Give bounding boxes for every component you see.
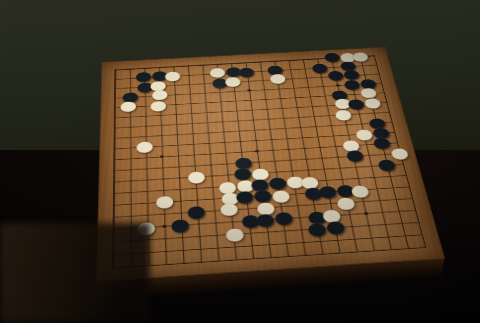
black-stone: ● (376, 157, 398, 173)
white-stone: ● (220, 189, 241, 206)
black-stone: ● (324, 218, 347, 236)
black-stone: ● (233, 154, 253, 170)
white-stone: ● (320, 207, 342, 224)
white-stone: ● (235, 177, 256, 193)
white-stone: ● (389, 145, 411, 160)
black-stone: ● (302, 184, 324, 201)
black-stone: ● (273, 209, 295, 226)
black-stone: ● (234, 188, 255, 205)
white-stone: ● (224, 75, 242, 88)
black-stone: ● (306, 208, 328, 225)
white-stone: ● (299, 173, 320, 189)
white-stone: ● (270, 187, 291, 204)
white-stone: ● (255, 199, 276, 216)
black-stone: ● (249, 176, 270, 192)
white-stone: ● (362, 96, 383, 110)
black-stone: ● (317, 183, 339, 200)
foreground-shadow (0, 223, 150, 323)
black-stone: ● (186, 203, 206, 220)
white-stone: ● (333, 107, 353, 121)
white-stone: ● (136, 139, 155, 154)
white-stone: ● (250, 165, 271, 181)
white-stone: ● (217, 178, 237, 194)
white-stone: ● (349, 182, 371, 199)
black-stone: ● (240, 212, 261, 230)
black-stone: ● (267, 174, 288, 190)
white-stone: ● (187, 169, 207, 185)
scene: ●●●●●●●●●●●●●●●●●●●●●●●●●●●●●●●●●●●●●●●●… (0, 0, 480, 323)
white-stone: ● (224, 225, 245, 243)
white-stone: ● (149, 98, 167, 112)
black-stone: ● (344, 147, 365, 162)
white-stone: ● (285, 173, 306, 189)
black-stone: ● (170, 216, 190, 234)
black-stone: ● (334, 181, 356, 198)
black-stone: ● (252, 186, 273, 203)
black-stone: ● (306, 220, 328, 238)
black-stone: ● (255, 210, 277, 227)
black-stone: ● (232, 165, 252, 181)
white-stone: ● (335, 194, 357, 211)
white-stone: ● (119, 99, 137, 113)
white-stone: ● (155, 193, 175, 210)
white-stone: ● (219, 200, 240, 217)
stones-layer: ●●●●●●●●●●●●●●●●●●●●●●●●●●●●●●●●●●●●●●●●… (112, 55, 426, 269)
white-stone: ● (268, 71, 287, 84)
